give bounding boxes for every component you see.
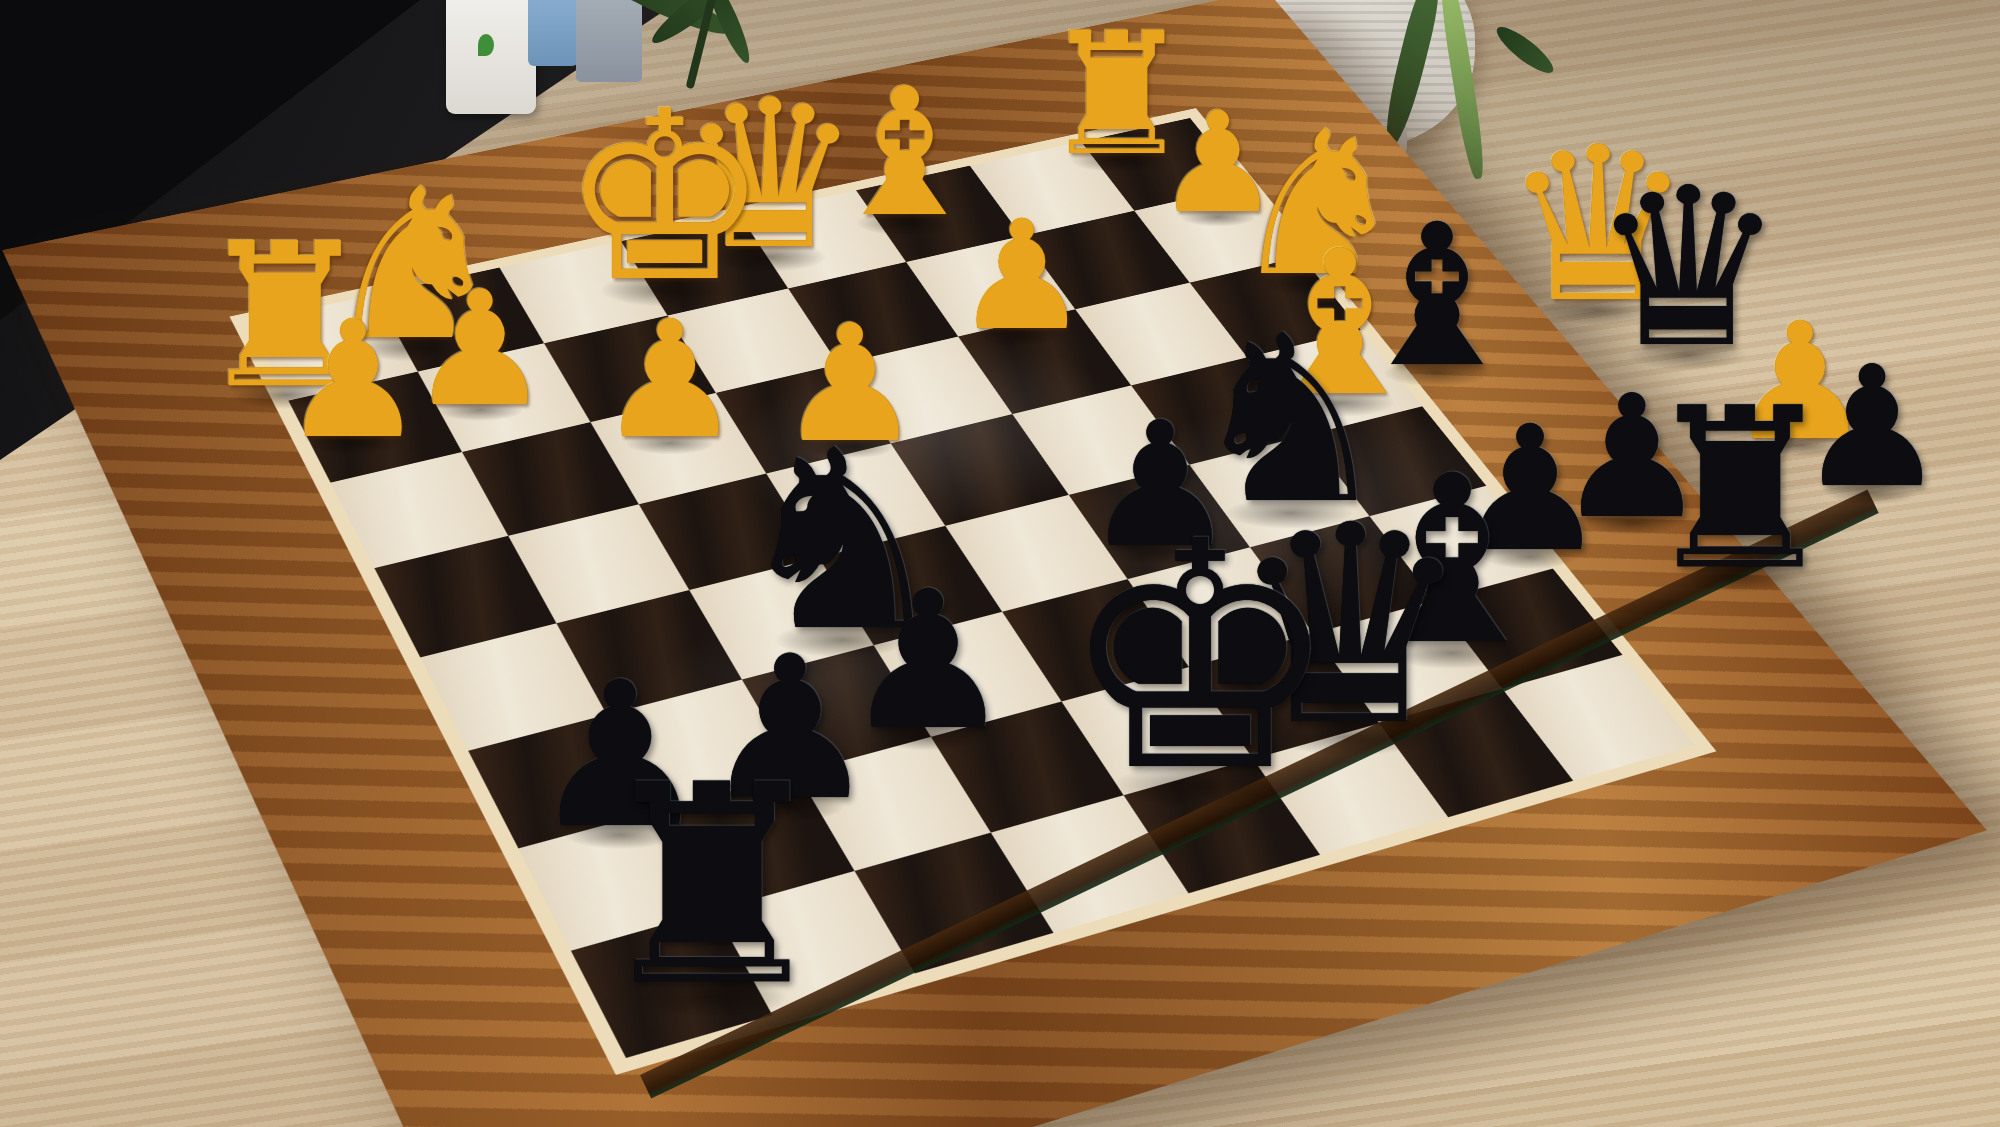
piece-black-rook-h8: ♜ (589, 749, 836, 1024)
piece-layer: ♜♟♝♛♞♚♛♟♞♛♝♜♝♟♟♟♟♟♟♞♟♟♟♜♞♝♛♟♚♟♟♜ (0, 0, 2000, 1127)
piece-white-pawn-f3: ♟ (597, 299, 742, 461)
piece-black-king-e8: ♚ (1059, 501, 1341, 815)
piece-white-king-e1: ♚ (560, 80, 770, 314)
piece-white-pawn-c3: ♟ (954, 201, 1089, 352)
piece-black-rook-a8: ♜ (1640, 378, 1839, 600)
piece-white-pawn-g2: ♟ (409, 269, 552, 428)
piece-white-pawn-h2: ♟ (280, 299, 425, 461)
